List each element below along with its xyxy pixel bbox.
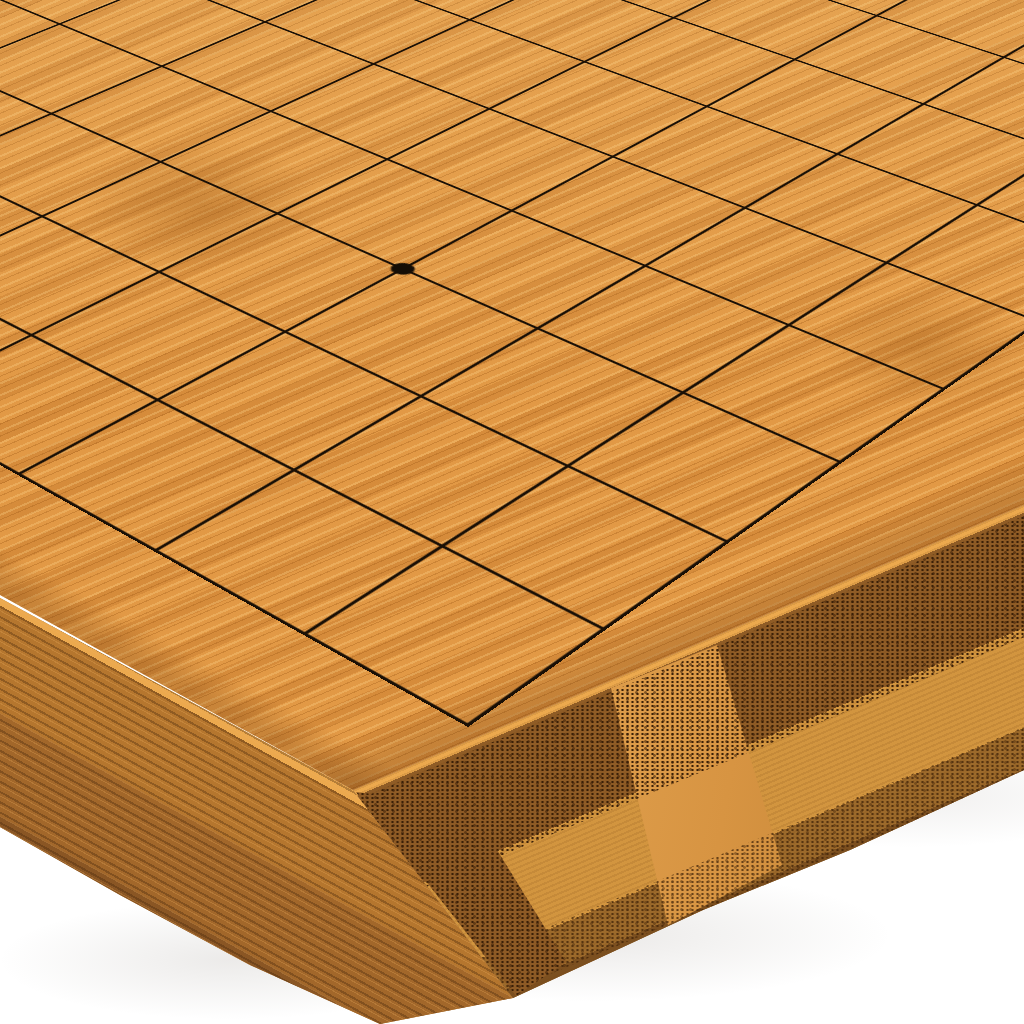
go-board-product-photo	[0, 0, 1024, 1024]
